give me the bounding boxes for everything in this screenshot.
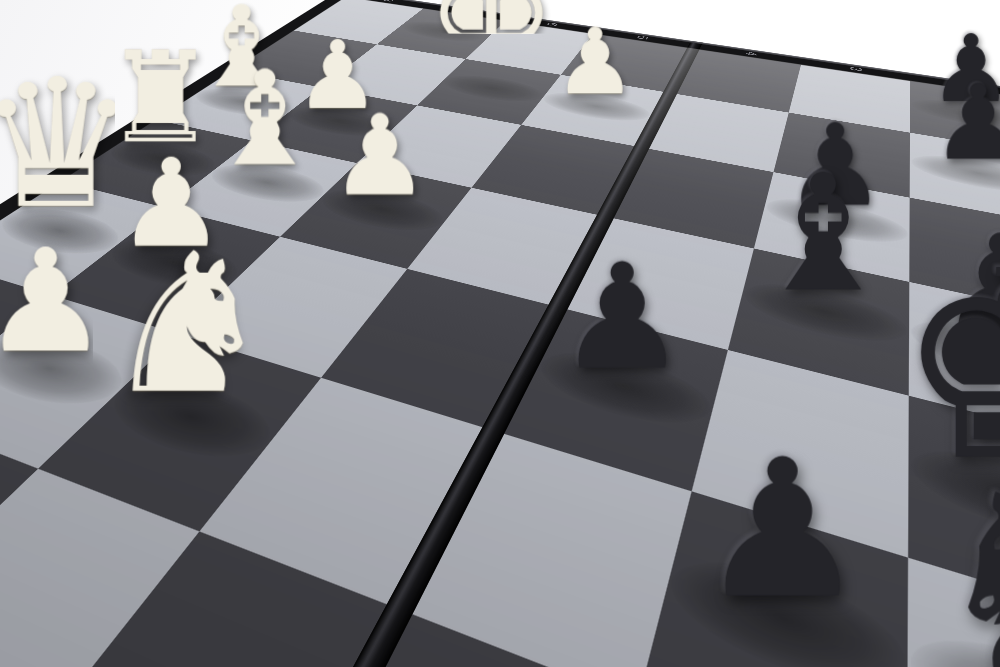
white-pawn-icon: ♟: [454, 16, 736, 108]
white-knight-icon: ♞: [0, 228, 421, 421]
chess-board: 87654321♟♟♚♟♟♝♟♟♜♝♟♝♟♛♟♟♚♟♞♟♞♟: [0, 0, 1000, 667]
scene-background: 87654321♟♟♚♟♟♝♟♟♜♝♟♝♟♛♟♟♚♟♞♟♞♟: [0, 0, 1000, 667]
black-knight-icon: ♞: [723, 450, 1000, 667]
chess-set-photo: chess 87654321♟♟♚♟♟♝♟♟♜♝♟♝♟♛♟♟♚♟♞♟♞♟: [0, 0, 1000, 667]
